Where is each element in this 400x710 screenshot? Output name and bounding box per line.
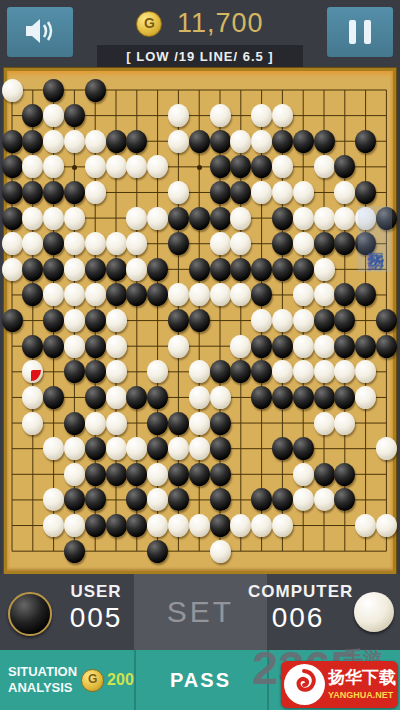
white-stone bbox=[272, 104, 293, 127]
white-stone bbox=[85, 181, 106, 204]
black-stone bbox=[355, 335, 376, 358]
goban[interactable] bbox=[4, 68, 396, 574]
white-stone bbox=[251, 181, 272, 204]
black-stone bbox=[85, 79, 106, 102]
black-stone bbox=[106, 283, 127, 306]
white-stone bbox=[251, 130, 272, 153]
white-stone bbox=[355, 386, 376, 409]
black-stone bbox=[85, 360, 106, 383]
black-stone bbox=[64, 104, 85, 127]
pause-icon bbox=[349, 20, 371, 44]
black-stone bbox=[210, 437, 231, 460]
black-stone bbox=[210, 463, 231, 486]
black-stone bbox=[64, 412, 85, 435]
white-stone bbox=[64, 437, 85, 460]
black-stone bbox=[210, 130, 231, 153]
white-stone bbox=[106, 335, 127, 358]
black-stone bbox=[85, 437, 106, 460]
white-stone bbox=[64, 130, 85, 153]
black-stone bbox=[189, 207, 210, 230]
black-stone bbox=[85, 386, 106, 409]
black-stone bbox=[106, 130, 127, 153]
black-stone bbox=[2, 181, 23, 204]
black-stone bbox=[106, 463, 127, 486]
white-stone bbox=[85, 283, 106, 306]
watermark-badge: 扬华下载 YANGHUA.NET bbox=[281, 661, 398, 708]
white-stone bbox=[189, 514, 210, 537]
black-stone bbox=[85, 463, 106, 486]
black-stone bbox=[147, 258, 168, 281]
white-stone bbox=[210, 386, 231, 409]
user-label: USER bbox=[58, 582, 134, 602]
white-stone bbox=[376, 514, 397, 537]
white-stone bbox=[334, 207, 355, 230]
white-stone bbox=[168, 104, 189, 127]
white-stone bbox=[210, 540, 231, 563]
badge-logo-icon bbox=[284, 664, 325, 705]
black-stone bbox=[43, 79, 64, 102]
black-stone bbox=[314, 130, 335, 153]
white-stone bbox=[314, 155, 335, 178]
white-stone bbox=[293, 309, 314, 332]
top-bar: G 11,700 [ LOW /19 LINE/ 6.5 ] bbox=[0, 0, 400, 68]
white-stone bbox=[22, 207, 43, 230]
coin-icon: G bbox=[136, 11, 162, 37]
white-stone bbox=[85, 412, 106, 435]
badge-subtitle: YANGHUA.NET bbox=[328, 690, 396, 700]
white-stone bbox=[22, 412, 43, 435]
white-stone bbox=[314, 488, 335, 511]
black-stone bbox=[376, 309, 397, 332]
white-stone bbox=[64, 258, 85, 281]
pass-button[interactable]: PASS bbox=[134, 650, 267, 710]
star-point bbox=[72, 165, 77, 170]
black-stone bbox=[168, 207, 189, 230]
white-stone bbox=[2, 232, 23, 255]
black-stone bbox=[43, 335, 64, 358]
white-stone bbox=[314, 283, 335, 306]
black-stone bbox=[43, 181, 64, 204]
white-stone bbox=[189, 360, 210, 383]
black-stone bbox=[2, 309, 23, 332]
black-stone bbox=[22, 130, 43, 153]
white-stone bbox=[314, 207, 335, 230]
black-stone bbox=[168, 463, 189, 486]
black-stone bbox=[168, 412, 189, 435]
white-stone bbox=[230, 130, 251, 153]
white-stone bbox=[168, 335, 189, 358]
white-stone bbox=[64, 463, 85, 486]
black-stone bbox=[85, 488, 106, 511]
black-stone bbox=[210, 514, 231, 537]
red-move-mark bbox=[31, 370, 41, 381]
black-stone bbox=[334, 335, 355, 358]
board-watermark: 扬华网 bbox=[358, 206, 392, 272]
analysis-coin-icon: G bbox=[81, 669, 104, 692]
black-stone bbox=[210, 258, 231, 281]
white-stone bbox=[106, 232, 127, 255]
white-stone bbox=[293, 360, 314, 383]
white-stone bbox=[147, 207, 168, 230]
game-mode-info: [ LOW /19 LINE/ 6.5 ] bbox=[97, 45, 303, 69]
white-stone bbox=[293, 283, 314, 306]
white-stone bbox=[168, 514, 189, 537]
black-stone bbox=[355, 181, 376, 204]
black-stone bbox=[272, 437, 293, 460]
black-stone bbox=[293, 437, 314, 460]
white-stone bbox=[293, 335, 314, 358]
black-stone bbox=[147, 412, 168, 435]
black-stone bbox=[293, 130, 314, 153]
computer-capture-count: 006 bbox=[248, 602, 348, 634]
black-stone bbox=[334, 463, 355, 486]
white-stone bbox=[355, 514, 376, 537]
black-stone bbox=[210, 207, 231, 230]
black-stone bbox=[314, 309, 335, 332]
white-stone bbox=[85, 232, 106, 255]
black-stone bbox=[272, 130, 293, 153]
black-stone bbox=[2, 207, 23, 230]
black-stone bbox=[85, 258, 106, 281]
black-stone bbox=[147, 540, 168, 563]
black-stone bbox=[376, 335, 397, 358]
set-button-label: SET bbox=[167, 595, 234, 629]
white-stone bbox=[106, 412, 127, 435]
situation-label-line2: ANALYSIS bbox=[8, 680, 73, 695]
black-stone bbox=[43, 386, 64, 409]
white-stone bbox=[126, 207, 147, 230]
black-stone bbox=[189, 130, 210, 153]
black-stone bbox=[272, 207, 293, 230]
black-stone bbox=[22, 335, 43, 358]
black-stone bbox=[293, 258, 314, 281]
black-stone bbox=[230, 258, 251, 281]
white-stone bbox=[147, 463, 168, 486]
white-stone bbox=[272, 514, 293, 537]
white-stone bbox=[210, 283, 231, 306]
black-stone bbox=[210, 488, 231, 511]
badge-title: 扬华下载 bbox=[328, 666, 396, 689]
user-panel: USER 005 bbox=[0, 574, 134, 650]
white-stone bbox=[293, 488, 314, 511]
white-stone bbox=[106, 437, 127, 460]
black-stone bbox=[314, 386, 335, 409]
white-stone bbox=[168, 181, 189, 204]
white-stone bbox=[272, 309, 293, 332]
black-stone bbox=[314, 232, 335, 255]
black-stone bbox=[251, 258, 272, 281]
black-stone bbox=[64, 540, 85, 563]
white-stone bbox=[293, 207, 314, 230]
black-stone bbox=[189, 258, 210, 281]
user-capture-count: 005 bbox=[58, 602, 134, 634]
white-stone bbox=[189, 283, 210, 306]
black-stone bbox=[251, 335, 272, 358]
analysis-cost: 200 bbox=[107, 671, 134, 689]
black-stone bbox=[210, 412, 231, 435]
white-stone bbox=[106, 309, 127, 332]
situation-label-line1: SITUATION bbox=[8, 664, 77, 679]
white-stone bbox=[189, 412, 210, 435]
black-stone-icon bbox=[8, 592, 52, 636]
coin-balance: 11,700 bbox=[177, 8, 264, 38]
white-stone bbox=[85, 130, 106, 153]
white-stone bbox=[126, 258, 147, 281]
computer-panel: COMPUTER 006 bbox=[267, 574, 400, 650]
black-stone bbox=[106, 258, 127, 281]
white-stone bbox=[293, 232, 314, 255]
white-stone bbox=[293, 181, 314, 204]
black-stone bbox=[147, 386, 168, 409]
white-stone bbox=[64, 514, 85, 537]
white-stone bbox=[85, 155, 106, 178]
black-stone bbox=[126, 463, 147, 486]
black-stone bbox=[2, 130, 23, 153]
white-stone bbox=[2, 258, 23, 281]
black-stone bbox=[126, 130, 147, 153]
black-stone bbox=[189, 309, 210, 332]
white-stone bbox=[64, 207, 85, 230]
black-stone bbox=[85, 309, 106, 332]
status-bar: USER 005 SET COMPUTER 006 bbox=[0, 574, 400, 650]
white-stone bbox=[210, 232, 231, 255]
black-stone bbox=[106, 514, 127, 537]
white-stone bbox=[43, 130, 64, 153]
computer-label: COMPUTER bbox=[248, 582, 348, 602]
white-stone bbox=[168, 437, 189, 460]
white-stone bbox=[64, 309, 85, 332]
white-stone bbox=[334, 412, 355, 435]
white-stone bbox=[314, 335, 335, 358]
white-stone bbox=[293, 463, 314, 486]
white-stone bbox=[251, 514, 272, 537]
white-stone bbox=[210, 104, 231, 127]
white-stone bbox=[43, 207, 64, 230]
white-stone bbox=[314, 258, 335, 281]
black-stone bbox=[272, 258, 293, 281]
white-stone-icon bbox=[354, 592, 394, 632]
white-stone bbox=[314, 412, 335, 435]
white-stone bbox=[314, 360, 335, 383]
pause-button[interactable] bbox=[327, 7, 393, 57]
star-point bbox=[197, 165, 202, 170]
black-stone bbox=[210, 155, 231, 178]
black-stone bbox=[314, 463, 335, 486]
white-stone bbox=[189, 386, 210, 409]
black-stone bbox=[22, 258, 43, 281]
black-stone bbox=[293, 386, 314, 409]
white-stone bbox=[376, 437, 397, 460]
white-stone bbox=[272, 181, 293, 204]
white-stone bbox=[147, 514, 168, 537]
black-stone bbox=[355, 130, 376, 153]
black-stone bbox=[210, 360, 231, 383]
black-stone bbox=[210, 181, 231, 204]
white-stone bbox=[230, 207, 251, 230]
black-stone bbox=[272, 232, 293, 255]
black-stone bbox=[2, 155, 23, 178]
black-stone bbox=[189, 463, 210, 486]
black-stone bbox=[85, 514, 106, 537]
white-stone bbox=[106, 360, 127, 383]
white-stone bbox=[2, 79, 23, 102]
white-stone bbox=[230, 335, 251, 358]
black-stone bbox=[85, 335, 106, 358]
black-stone bbox=[168, 309, 189, 332]
white-stone bbox=[64, 232, 85, 255]
situation-analysis-button[interactable]: SITUATION ANALYSIS G 200 bbox=[0, 650, 134, 710]
white-stone bbox=[189, 437, 210, 460]
white-stone bbox=[106, 155, 127, 178]
white-stone bbox=[106, 386, 127, 409]
black-stone bbox=[64, 181, 85, 204]
black-stone bbox=[272, 386, 293, 409]
white-stone bbox=[43, 514, 64, 537]
black-stone bbox=[43, 258, 64, 281]
black-stone bbox=[251, 386, 272, 409]
white-stone bbox=[64, 335, 85, 358]
black-stone bbox=[272, 335, 293, 358]
white-stone bbox=[168, 130, 189, 153]
black-stone bbox=[168, 232, 189, 255]
